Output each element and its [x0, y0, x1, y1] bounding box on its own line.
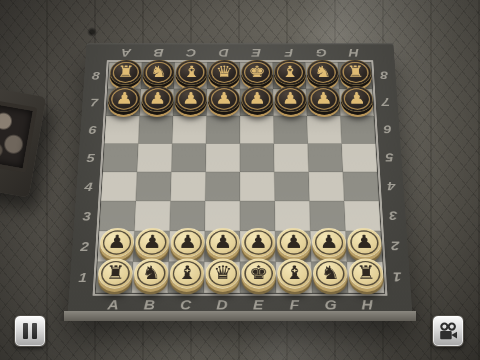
- piece-black-pawn-e7[interactable]: ♟: [241, 86, 273, 112]
- white-pawn-glyph: ♟: [249, 233, 268, 251]
- piece-black-pawn-d7[interactable]: ♟: [208, 86, 240, 112]
- game-stage: ABCDEFGH ABCDEFGH 87654321 87654321 ♜♞♝♛…: [0, 0, 480, 360]
- rank-label-6: 6: [375, 116, 400, 144]
- file-label-g: G: [305, 45, 338, 61]
- pause-button[interactable]: [14, 315, 46, 347]
- rank-label-3: 3: [73, 201, 99, 231]
- white-pawn-glyph: ♟: [214, 233, 233, 251]
- file-labels-top: ABCDEFGH: [109, 45, 370, 61]
- rank-label-3: 3: [380, 201, 406, 231]
- rank-label-8: 8: [83, 62, 108, 88]
- square-f6[interactable]: [273, 116, 307, 144]
- black-knight-glyph: ♞: [314, 64, 332, 80]
- rank-label-5: 5: [78, 144, 104, 172]
- rank-label-7: 7: [374, 89, 399, 116]
- square-d4[interactable]: [205, 172, 240, 201]
- piece-white-pawn-h2[interactable]: ♟: [347, 228, 382, 257]
- rank-label-2: 2: [382, 231, 409, 262]
- rank-label-4: 4: [379, 172, 405, 201]
- square-e6[interactable]: [240, 116, 274, 144]
- file-label-a: A: [109, 45, 142, 61]
- black-pawn-glyph: ♟: [315, 90, 333, 106]
- piece-white-king-e1[interactable]: ♚: [241, 258, 276, 288]
- piece-white-pawn-d2[interactable]: ♟: [206, 228, 240, 257]
- white-pawn-glyph: ♟: [355, 233, 375, 251]
- square-a4[interactable]: [101, 172, 137, 201]
- pause-icon: [23, 323, 37, 339]
- piece-black-bishop-f8[interactable]: ♝: [274, 60, 306, 85]
- square-d3[interactable]: [205, 201, 240, 231]
- square-e4[interactable]: [240, 172, 275, 201]
- file-label-h: H: [337, 45, 370, 61]
- video-camera-icon: [438, 321, 459, 342]
- piece-white-pawn-f2[interactable]: ♟: [277, 228, 312, 257]
- piece-black-knight-g8[interactable]: ♞: [307, 60, 339, 85]
- file-label-b: B: [142, 45, 175, 61]
- rank-label-1: 1: [384, 262, 411, 293]
- rank-label-8: 8: [372, 62, 397, 88]
- black-knight-glyph: ♞: [150, 64, 168, 80]
- file-label-c: C: [175, 45, 208, 61]
- piece-white-rook-h1[interactable]: ♜: [348, 258, 384, 288]
- square-b4[interactable]: [136, 172, 172, 201]
- file-label-f: F: [272, 45, 305, 61]
- black-pawn-glyph: ♟: [282, 90, 300, 106]
- square-f3[interactable]: [275, 201, 311, 231]
- piece-black-rook-h8[interactable]: ♜: [339, 60, 372, 85]
- black-pawn-glyph: ♟: [182, 90, 200, 106]
- rank-label-4: 4: [76, 172, 102, 201]
- white-knight-glyph: ♞: [320, 264, 340, 283]
- chess-board: ABCDEFGH ABCDEFGH 87654321 87654321 ♜♞♝♛…: [67, 43, 412, 316]
- white-pawn-glyph: ♟: [178, 233, 197, 251]
- square-e3[interactable]: [240, 201, 275, 231]
- rank-label-6: 6: [80, 116, 105, 144]
- black-pawn-glyph: ♟: [215, 90, 233, 106]
- square-f5[interactable]: [274, 144, 309, 172]
- white-rook-glyph: ♜: [356, 264, 376, 283]
- square-c4[interactable]: [171, 172, 206, 201]
- piece-white-pawn-e2[interactable]: ♟: [241, 228, 275, 257]
- white-bishop-glyph: ♝: [285, 264, 304, 283]
- piece-black-pawn-h7[interactable]: ♟: [340, 86, 373, 112]
- square-a3[interactable]: [99, 201, 136, 231]
- white-knight-glyph: ♞: [141, 264, 161, 283]
- camera-button[interactable]: [432, 315, 464, 347]
- square-c3[interactable]: [170, 201, 206, 231]
- piece-black-pawn-f7[interactable]: ♟: [274, 86, 306, 112]
- square-h4[interactable]: [343, 172, 379, 201]
- square-c5[interactable]: [171, 144, 206, 172]
- black-bishop-glyph: ♝: [183, 64, 201, 80]
- black-rook-glyph: ♜: [117, 64, 135, 80]
- square-h5[interactable]: [342, 144, 378, 172]
- black-pawn-glyph: ♟: [115, 90, 133, 106]
- rank-label-5: 5: [377, 144, 403, 172]
- square-g4[interactable]: [309, 172, 345, 201]
- square-f4[interactable]: [274, 172, 309, 201]
- white-king-glyph: ♚: [249, 264, 268, 283]
- piece-white-bishop-f1[interactable]: ♝: [277, 258, 312, 288]
- piece-white-knight-g1[interactable]: ♞: [313, 258, 348, 288]
- piece-white-queen-d1[interactable]: ♛: [205, 258, 240, 288]
- board-scene: ABCDEFGH ABCDEFGH 87654321 87654321 ♜♞♝♛…: [67, 43, 412, 316]
- black-rook-glyph: ♜: [346, 64, 364, 80]
- square-b5[interactable]: [137, 144, 172, 172]
- rank-label-2: 2: [71, 231, 98, 262]
- piece-black-pawn-g7[interactable]: ♟: [307, 86, 340, 112]
- square-d5[interactable]: [206, 144, 240, 172]
- board-front-edge: [64, 311, 416, 321]
- square-a6[interactable]: [104, 116, 139, 144]
- square-a5[interactable]: [103, 144, 139, 172]
- square-g5[interactable]: [308, 144, 343, 172]
- black-pawn-glyph: ♟: [348, 90, 366, 106]
- piece-black-king-e8[interactable]: ♚: [241, 60, 273, 85]
- square-g6[interactable]: [307, 116, 342, 144]
- white-queen-glyph: ♛: [213, 264, 232, 283]
- white-bishop-glyph: ♝: [177, 264, 196, 283]
- square-h6[interactable]: [340, 116, 375, 144]
- square-g3[interactable]: [309, 201, 345, 231]
- black-bishop-glyph: ♝: [281, 64, 299, 80]
- rank-label-7: 7: [82, 89, 107, 116]
- white-pawn-glyph: ♟: [107, 233, 127, 251]
- white-pawn-glyph: ♟: [143, 233, 162, 251]
- rank-label-1: 1: [69, 262, 96, 293]
- square-b6[interactable]: [138, 116, 173, 144]
- black-king-glyph: ♚: [248, 64, 266, 80]
- piece-black-queen-d8[interactable]: ♛: [208, 60, 240, 85]
- white-pawn-glyph: ♟: [284, 233, 303, 251]
- square-c6[interactable]: [172, 116, 206, 144]
- white-pawn-glyph: ♟: [319, 233, 338, 251]
- square-h3[interactable]: [344, 201, 381, 231]
- white-rook-glyph: ♜: [105, 264, 125, 283]
- square-b3[interactable]: [134, 201, 170, 231]
- square-d6[interactable]: [206, 116, 240, 144]
- file-label-d: D: [207, 45, 240, 61]
- piece-white-pawn-g2[interactable]: ♟: [312, 228, 347, 257]
- black-pawn-glyph: ♟: [248, 90, 266, 106]
- piece-box-window: [0, 99, 37, 172]
- file-label-e: E: [240, 45, 273, 61]
- square-e5[interactable]: [240, 144, 274, 172]
- black-pawn-glyph: ♟: [149, 90, 167, 106]
- black-queen-glyph: ♛: [215, 64, 233, 80]
